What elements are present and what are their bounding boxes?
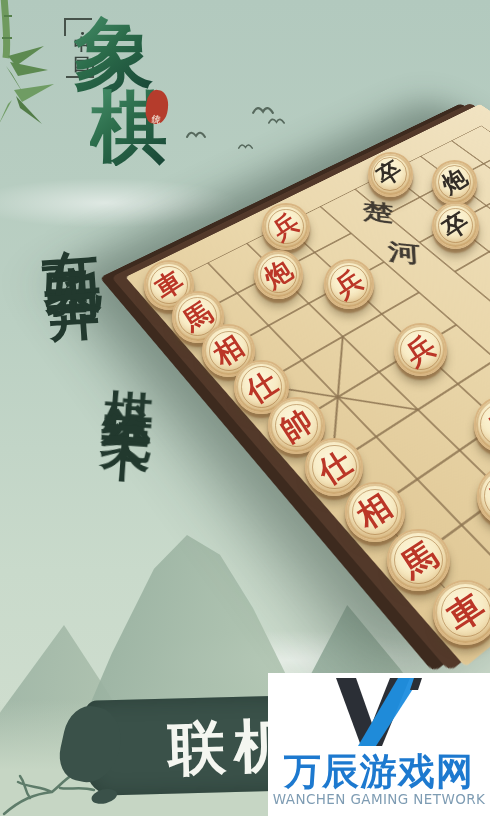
calligraphy-column-1: 车驰马奔	[28, 199, 108, 256]
xiangqi-piece-black: 炮	[432, 160, 477, 205]
watermark-name-en: WANCHEN GAMING NETWORK	[268, 791, 490, 807]
piece-character: 仕	[241, 367, 282, 408]
piece-character: 兵	[401, 330, 440, 369]
bird-icon	[268, 115, 285, 125]
watermark-name-cn: 万辰游戏网	[268, 747, 490, 797]
piece-character: 炮	[260, 256, 297, 293]
xiangqi-piece-black: 卒	[368, 152, 413, 197]
piece-character: 兵	[481, 404, 490, 446]
watermark-panel: 万辰游戏网 WANCHEN GAMING NETWORK	[268, 673, 490, 816]
river-label-chu: 楚	[363, 197, 395, 229]
piece-character: 卒	[374, 158, 407, 191]
river-label-he: 河	[387, 236, 421, 270]
xiangqi-piece-red: 兵	[394, 323, 447, 376]
xiangqi-piece-red: 兵	[262, 203, 309, 250]
piece-character: 炮	[484, 473, 490, 518]
xiangqi-piece-red: 車	[433, 580, 490, 645]
bird-icon	[252, 103, 274, 115]
xiangqi-piece-red: 炮	[254, 250, 304, 300]
bird-icon	[238, 141, 253, 150]
logo-seal-label: 传统	[153, 106, 162, 107]
piece-character: 相	[352, 489, 397, 534]
game-logo: 中·国 象 棋 传统	[28, 6, 208, 176]
piece-character: 兵	[269, 209, 304, 244]
wanchen-logo	[330, 676, 428, 748]
piece-character: 車	[441, 588, 490, 637]
piece-character: 兵	[331, 266, 368, 303]
piece-character: 卒	[438, 208, 473, 243]
piece-character: 相	[209, 331, 248, 370]
promo-screen: 楚 河 車馬相仕帥仕相馬車炮炮兵兵兵兵卒卒炮 中·国 象 棋 传统 车驰马奔 棋…	[0, 0, 490, 816]
calligraphy-column-2: 棋术绝天下	[96, 348, 167, 413]
piece-character: 馬	[395, 536, 442, 583]
piece-character: 仕	[312, 445, 356, 489]
piece-character: 帥	[276, 405, 318, 447]
xiangqi-piece-red: 相	[345, 482, 405, 542]
piece-character: 炮	[438, 166, 471, 199]
xiangqi-piece-red: 馬	[387, 529, 450, 592]
